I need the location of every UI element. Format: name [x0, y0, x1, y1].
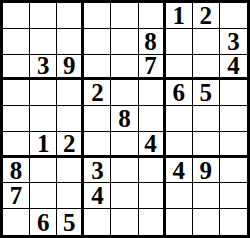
cell-r1c1-empty[interactable]: [3, 3, 30, 29]
cell-r9c1-empty[interactable]: [3, 209, 30, 235]
cell-r9c9-empty[interactable]: [220, 209, 247, 235]
cell-r6c9-empty[interactable]: [220, 132, 247, 158]
cell-r8c3-empty[interactable]: [57, 183, 84, 209]
cell-r5c8-empty[interactable]: [193, 106, 220, 132]
cell-r9c4-empty[interactable]: [84, 209, 111, 235]
cell-r9c3-given[interactable]: 5: [57, 209, 84, 235]
cell-r2c6-given[interactable]: 8: [139, 29, 166, 55]
cell-r3c1-empty[interactable]: [3, 55, 30, 81]
cell-r5c6-empty[interactable]: [139, 106, 166, 132]
cell-r3c7-empty[interactable]: [166, 55, 193, 81]
cell-r9c5-empty[interactable]: [111, 209, 138, 235]
cell-r2c8-empty[interactable]: [193, 29, 220, 55]
cell-r7c4-given[interactable]: 3: [84, 158, 111, 184]
cell-r7c2-empty[interactable]: [30, 158, 57, 184]
cell-r1c6-empty[interactable]: [139, 3, 166, 29]
cell-r6c8-empty[interactable]: [193, 132, 220, 158]
cell-r9c2-given[interactable]: 6: [30, 209, 57, 235]
cell-r9c8-empty[interactable]: [193, 209, 220, 235]
cell-r2c5-empty[interactable]: [111, 29, 138, 55]
cell-r8c1-given[interactable]: 7: [3, 183, 30, 209]
cell-r1c8-given[interactable]: 2: [193, 3, 220, 29]
cell-r8c2-empty[interactable]: [30, 183, 57, 209]
cell-r4c6-empty[interactable]: [139, 80, 166, 106]
cell-r7c6-empty[interactable]: [139, 158, 166, 184]
sudoku-puzzle: 12833974265812483497465: [0, 0, 250, 238]
cell-r4c9-empty[interactable]: [220, 80, 247, 106]
cell-r6c3-given[interactable]: 2: [57, 132, 84, 158]
cell-r7c9-empty[interactable]: [220, 158, 247, 184]
cell-r5c7-empty[interactable]: [166, 106, 193, 132]
cell-r7c8-given[interactable]: 9: [193, 158, 220, 184]
cell-r5c2-empty[interactable]: [30, 106, 57, 132]
cell-r3c5-empty[interactable]: [111, 55, 138, 81]
cell-r3c8-empty[interactable]: [193, 55, 220, 81]
cell-r6c7-empty[interactable]: [166, 132, 193, 158]
cell-r8c9-empty[interactable]: [220, 183, 247, 209]
cell-r4c4-given[interactable]: 2: [84, 80, 111, 106]
cell-r5c1-empty[interactable]: [3, 106, 30, 132]
cell-r5c9-empty[interactable]: [220, 106, 247, 132]
cell-r5c5-given[interactable]: 8: [111, 106, 138, 132]
cell-r7c3-empty[interactable]: [57, 158, 84, 184]
cell-r5c3-empty[interactable]: [57, 106, 84, 132]
cell-r7c7-given[interactable]: 4: [166, 158, 193, 184]
cell-r4c8-given[interactable]: 5: [193, 80, 220, 106]
cell-r1c3-empty[interactable]: [57, 3, 84, 29]
cell-r9c7-empty[interactable]: [166, 209, 193, 235]
cell-r1c2-empty[interactable]: [30, 3, 57, 29]
cell-r2c7-empty[interactable]: [166, 29, 193, 55]
cell-r9c6-empty[interactable]: [139, 209, 166, 235]
cell-r4c7-given[interactable]: 6: [166, 80, 193, 106]
cell-r6c1-empty[interactable]: [3, 132, 30, 158]
cell-r6c2-given[interactable]: 1: [30, 132, 57, 158]
cell-r8c8-empty[interactable]: [193, 183, 220, 209]
cell-r1c9-empty[interactable]: [220, 3, 247, 29]
cell-r2c3-empty[interactable]: [57, 29, 84, 55]
cell-r2c1-empty[interactable]: [3, 29, 30, 55]
cell-r7c1-given[interactable]: 8: [3, 158, 30, 184]
cell-r1c7-given[interactable]: 1: [166, 3, 193, 29]
cell-r4c2-empty[interactable]: [30, 80, 57, 106]
cell-r4c1-empty[interactable]: [3, 80, 30, 106]
cell-r2c2-empty[interactable]: [30, 29, 57, 55]
cell-r6c5-empty[interactable]: [111, 132, 138, 158]
cell-r3c6-given[interactable]: 7: [139, 55, 166, 81]
cell-r8c7-empty[interactable]: [166, 183, 193, 209]
sudoku-board: 12833974265812483497465: [0, 0, 250, 238]
cell-r5c4-empty[interactable]: [84, 106, 111, 132]
cell-r3c3-given[interactable]: 9: [57, 55, 84, 81]
cell-r1c4-empty[interactable]: [84, 3, 111, 29]
cell-r8c4-given[interactable]: 4: [84, 183, 111, 209]
cell-r8c5-empty[interactable]: [111, 183, 138, 209]
cell-r1c5-empty[interactable]: [111, 3, 138, 29]
cell-r2c4-empty[interactable]: [84, 29, 111, 55]
cell-r7c5-empty[interactable]: [111, 158, 138, 184]
cell-r6c6-given[interactable]: 4: [139, 132, 166, 158]
cell-r3c9-given[interactable]: 4: [220, 55, 247, 81]
cell-r6c4-empty[interactable]: [84, 132, 111, 158]
cell-r3c2-given[interactable]: 3: [30, 55, 57, 81]
cell-r2c9-given[interactable]: 3: [220, 29, 247, 55]
cell-r4c5-empty[interactable]: [111, 80, 138, 106]
cell-r8c6-empty[interactable]: [139, 183, 166, 209]
cell-r4c3-empty[interactable]: [57, 80, 84, 106]
cell-r3c4-empty[interactable]: [84, 55, 111, 81]
